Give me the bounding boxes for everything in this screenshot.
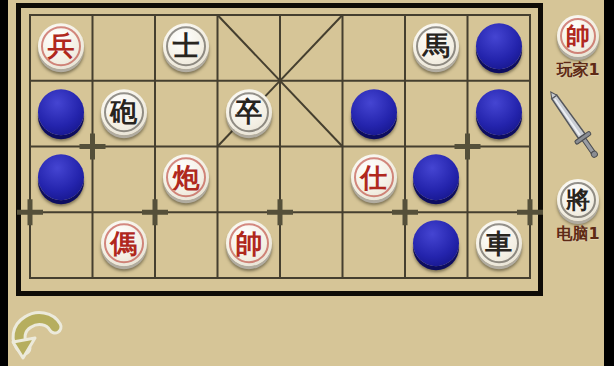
computer-side-glyph: 將 (566, 188, 590, 212)
piece-glyph: 士 (173, 33, 200, 60)
hidden-piece[interactable] (413, 220, 459, 266)
piece-R仕[interactable]: 仕 (351, 155, 397, 201)
piece-B車[interactable]: 車 (476, 220, 522, 266)
piece-B士[interactable]: 士 (163, 23, 209, 69)
hidden-piece[interactable] (413, 155, 459, 201)
piece-glyph: 傌 (110, 230, 137, 257)
sword-icon (546, 86, 606, 170)
piece-glyph: 卒 (235, 98, 262, 125)
computer-side-disc: 將 (557, 179, 599, 221)
undo-button[interactable] (10, 308, 66, 362)
piece-R帥[interactable]: 帥 (226, 220, 272, 266)
game-screen: 兵士馬砲卒炮仕傌帥車 帥 玩家1 將 电脑1 (0, 0, 614, 366)
piece-R炮[interactable]: 炮 (163, 155, 209, 201)
hidden-piece[interactable] (38, 89, 84, 135)
hidden-piece[interactable] (476, 23, 522, 69)
piece-B卒[interactable]: 卒 (226, 89, 272, 135)
piece-glyph: 仕 (360, 164, 387, 191)
player-side-glyph: 帥 (566, 24, 590, 48)
piece-B砲[interactable]: 砲 (101, 89, 147, 135)
computer-label: 电脑1 (546, 224, 610, 245)
player-side-disc: 帥 (557, 15, 599, 57)
piece-R兵[interactable]: 兵 (38, 23, 84, 69)
hidden-piece[interactable] (476, 89, 522, 135)
piece-glyph: 車 (485, 230, 512, 257)
hidden-piece[interactable] (351, 89, 397, 135)
hidden-piece[interactable] (38, 155, 84, 201)
piece-glyph: 兵 (48, 33, 75, 60)
piece-glyph: 炮 (173, 164, 200, 191)
player-label: 玩家1 (546, 60, 610, 81)
piece-glyph: 砲 (110, 98, 137, 125)
board-frame (16, 3, 543, 296)
piece-glyph: 帥 (235, 230, 262, 257)
piece-B馬[interactable]: 馬 (413, 23, 459, 69)
piece-glyph: 馬 (423, 33, 450, 60)
piece-R傌[interactable]: 傌 (101, 220, 147, 266)
undo-arrow-icon (10, 308, 66, 362)
